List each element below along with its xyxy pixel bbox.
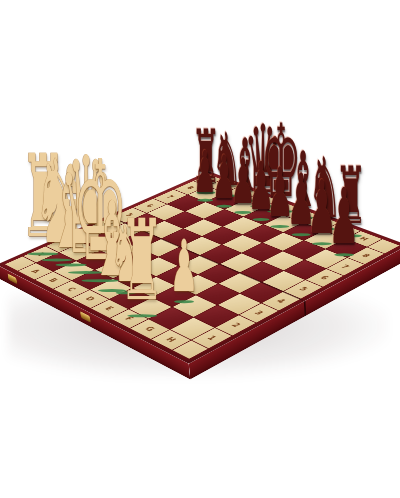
piece-black-pawn-h7[interactable]: ♟ xyxy=(309,178,378,255)
piece-white-rook-h1[interactable]: ♜ xyxy=(92,205,192,316)
pieces-layer: ♜♞♝♛♚♝♞♜♟♜♞♝♛♚♝♞♜♟♟♟♟♟♟♟♟ xyxy=(0,0,400,498)
rook-glyph: ♜ xyxy=(120,205,165,316)
pawn-glyph: ♟ xyxy=(328,178,359,255)
product-photo-scene: ABCDEFGH8877665544332211ABCDEFGH ♜♞♝♛♚♝♞… xyxy=(0,0,400,498)
